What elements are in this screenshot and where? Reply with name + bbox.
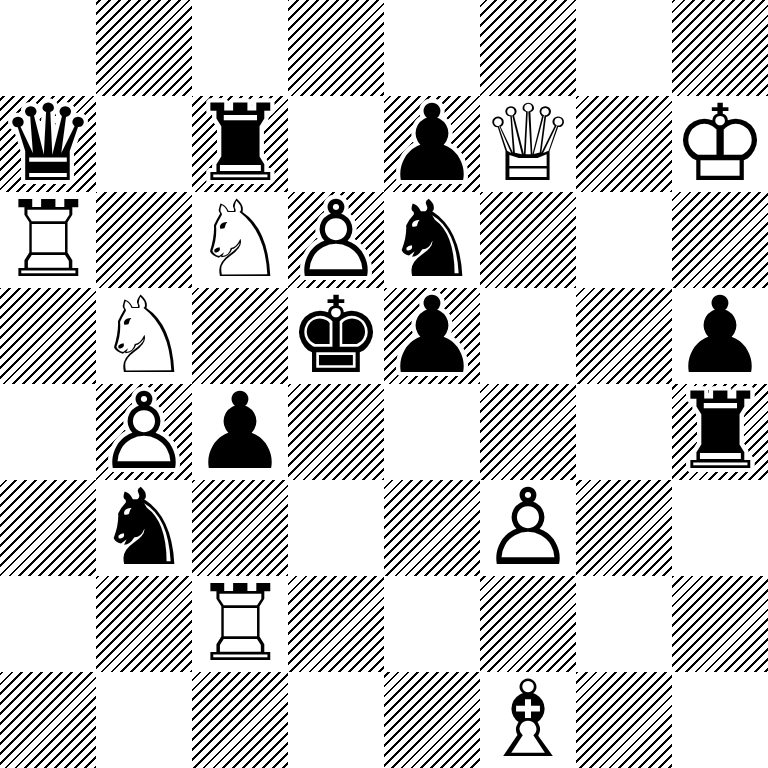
black-pawn[interactable]: ♟♟ — [192, 384, 288, 480]
square-g4[interactable] — [576, 384, 672, 480]
white-bishop[interactable]: ♝♗ — [480, 672, 576, 768]
square-d3[interactable] — [288, 480, 384, 576]
black-pawn[interactable]: ♟♟ — [384, 288, 480, 384]
square-a5[interactable] — [0, 288, 96, 384]
square-e4[interactable] — [384, 384, 480, 480]
square-h2[interactable] — [672, 576, 768, 672]
piece-glyph: ♜ — [672, 384, 768, 480]
square-f6[interactable] — [480, 192, 576, 288]
black-king[interactable]: ♚♚ — [288, 288, 384, 384]
piece-glyph: ♖ — [192, 576, 288, 672]
square-b2[interactable] — [96, 576, 192, 672]
square-f7[interactable]: ♛♕ — [480, 96, 576, 192]
square-a1[interactable] — [0, 672, 96, 768]
square-b3[interactable]: ♞♞ — [96, 480, 192, 576]
square-g7[interactable] — [576, 96, 672, 192]
white-queen[interactable]: ♛♕ — [480, 96, 576, 192]
square-c6[interactable]: ♞♘ — [192, 192, 288, 288]
square-h4[interactable]: ♜♜ — [672, 384, 768, 480]
square-a6[interactable]: ♜♖ — [0, 192, 96, 288]
piece-glyph: ♚ — [288, 288, 384, 384]
square-c4[interactable]: ♟♟ — [192, 384, 288, 480]
square-b1[interactable] — [96, 672, 192, 768]
square-d5[interactable]: ♚♚ — [288, 288, 384, 384]
square-f1[interactable]: ♝♗ — [480, 672, 576, 768]
square-e3[interactable] — [384, 480, 480, 576]
square-d1[interactable] — [288, 672, 384, 768]
square-c1[interactable] — [192, 672, 288, 768]
white-rook[interactable]: ♜♖ — [0, 192, 96, 288]
square-g6[interactable] — [576, 192, 672, 288]
square-e2[interactable] — [384, 576, 480, 672]
black-knight[interactable]: ♞♞ — [96, 480, 192, 576]
square-a3[interactable] — [0, 480, 96, 576]
square-h7[interactable]: ♚♔ — [672, 96, 768, 192]
piece-glyph: ♖ — [0, 192, 96, 288]
square-b8[interactable] — [96, 0, 192, 96]
square-h3[interactable] — [672, 480, 768, 576]
square-g1[interactable] — [576, 672, 672, 768]
square-d4[interactable] — [288, 384, 384, 480]
square-h1[interactable] — [672, 672, 768, 768]
white-pawn[interactable]: ♟♙ — [480, 480, 576, 576]
piece-glyph: ♔ — [672, 96, 768, 192]
chess-board: ♛♛♜♜♟♟♛♕♚♔♜♖♞♘♟♙♞♞♞♘♚♚♟♟♟♟♟♙♟♟♜♜♞♞♟♙♜♖♝♗ — [0, 0, 768, 768]
square-g8[interactable] — [576, 0, 672, 96]
white-rook[interactable]: ♜♖ — [192, 576, 288, 672]
square-a2[interactable] — [0, 576, 96, 672]
piece-glyph: ♟ — [192, 384, 288, 480]
piece-glyph: ♞ — [96, 480, 192, 576]
square-g5[interactable] — [576, 288, 672, 384]
square-g2[interactable] — [576, 576, 672, 672]
square-e1[interactable] — [384, 672, 480, 768]
square-g3[interactable] — [576, 480, 672, 576]
white-knight[interactable]: ♞♘ — [192, 192, 288, 288]
white-king[interactable]: ♚♔ — [672, 96, 768, 192]
piece-glyph: ♟ — [384, 288, 480, 384]
piece-glyph: ♕ — [480, 96, 576, 192]
square-e5[interactable]: ♟♟ — [384, 288, 480, 384]
piece-glyph: ♙ — [480, 480, 576, 576]
square-d2[interactable] — [288, 576, 384, 672]
piece-glyph: ♗ — [480, 672, 576, 768]
square-b7[interactable] — [96, 96, 192, 192]
square-f3[interactable]: ♟♙ — [480, 480, 576, 576]
square-f5[interactable] — [480, 288, 576, 384]
piece-glyph: ♘ — [192, 192, 288, 288]
square-d8[interactable] — [288, 0, 384, 96]
square-c2[interactable]: ♜♖ — [192, 576, 288, 672]
black-rook[interactable]: ♜♜ — [672, 384, 768, 480]
square-a4[interactable] — [0, 384, 96, 480]
